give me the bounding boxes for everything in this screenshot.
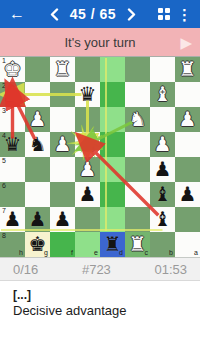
square-e1[interactable] [75, 57, 100, 82]
piece-white-bishop-b2: ♝ [150, 82, 175, 107]
piece-white-rook-a1: ♜ [175, 57, 200, 82]
square-d2[interactable] [100, 82, 125, 107]
piece-black-knight-g4: ♞ [25, 132, 50, 157]
rank-label-5: 5 [2, 157, 6, 165]
piece-black-pawn-f7: ♟ [50, 207, 75, 232]
square-c4[interactable] [125, 132, 150, 157]
square-h3[interactable]: 3 [0, 107, 25, 132]
square-c7[interactable] [125, 207, 150, 232]
square-h6[interactable]: 6 [0, 182, 25, 207]
evaluation-text: Decisive advantage [13, 303, 187, 319]
app-screen: ← 45 / 65 ⋮ It's your turn ▶ 1♚♜♜2♟♛♝3♟♞… [0, 0, 200, 341]
square-g7[interactable]: ♟ [25, 207, 50, 232]
rank-label-3: 3 [2, 107, 6, 115]
file-label-a: a [194, 249, 198, 257]
piece-black-pawn-a6: ♟ [175, 182, 200, 207]
overflow-menu-icon[interactable]: ⋮ [177, 7, 192, 22]
file-label-h: h [19, 249, 23, 257]
square-a1[interactable]: ♜ [175, 57, 200, 82]
piece-white-knight-c3: ♞ [125, 107, 150, 132]
square-h1[interactable]: 1♚ [0, 57, 25, 82]
rank-label-6: 6 [2, 182, 6, 190]
piece-white-pawn-f4: ♟ [50, 132, 75, 157]
status-bar: 0/16 #723 01:53 [0, 258, 200, 281]
puzzle-navigation: 45 / 65 [50, 0, 136, 28]
piece-white-pawn-a3: ♟ [175, 107, 200, 132]
square-c6[interactable] [125, 182, 150, 207]
square-b3[interactable] [150, 107, 175, 132]
next-puzzle-icon[interactable] [127, 8, 136, 21]
square-a4[interactable] [175, 132, 200, 157]
square-c3[interactable]: ♞ [125, 107, 150, 132]
square-a7[interactable] [175, 207, 200, 232]
piece-black-bishop-b7: ♝ [150, 207, 175, 232]
previous-puzzle-icon[interactable] [50, 8, 59, 21]
piece-white-knight-e4: ♞ [75, 132, 100, 157]
square-f7[interactable]: ♟ [50, 207, 75, 232]
piece-white-pawn-b4: ♟ [150, 132, 175, 157]
score-counter: 0/16 [13, 262, 38, 277]
square-e6[interactable]: ♟ [75, 182, 100, 207]
square-g8[interactable]: g♚ [25, 232, 50, 257]
rank-label-8: 8 [2, 232, 6, 240]
piece-white-king-h1: ♚ [0, 57, 25, 82]
square-d5[interactable] [100, 157, 125, 182]
square-h8[interactable]: 8h [0, 232, 25, 257]
square-h4[interactable]: 4♛ [0, 132, 25, 157]
square-b5[interactable]: ♟ [150, 157, 175, 182]
square-d8[interactable]: d♜ [100, 232, 125, 257]
square-d4[interactable] [100, 132, 125, 157]
square-e7[interactable] [75, 207, 100, 232]
square-g5[interactable] [25, 157, 50, 182]
piece-black-pawn-h7: ♟ [0, 207, 25, 232]
square-g1[interactable] [25, 57, 50, 82]
file-label-e: e [94, 249, 98, 257]
square-d3[interactable] [100, 107, 125, 132]
turn-banner-text: It's your turn [64, 35, 135, 50]
top-app-bar: ← 45 / 65 ⋮ [0, 0, 200, 28]
puzzle-list-grid-icon[interactable] [158, 8, 170, 20]
square-a6[interactable]: ♟ [175, 182, 200, 207]
square-g6[interactable] [25, 182, 50, 207]
square-g3[interactable]: ♟ [25, 107, 50, 132]
square-h5[interactable]: 5 [0, 157, 25, 182]
piece-black-queen-e2: ♛ [75, 82, 100, 107]
puzzle-caption: [...] Decisive advantage [0, 281, 200, 319]
square-f6[interactable] [50, 182, 75, 207]
square-f4[interactable]: ♟ [50, 132, 75, 157]
square-c2[interactable] [125, 82, 150, 107]
piece-black-pawn-g7: ♟ [25, 207, 50, 232]
square-h2[interactable]: 2♟ [0, 82, 25, 107]
square-b8[interactable]: b [150, 232, 175, 257]
piece-white-rook-f1: ♜ [50, 57, 75, 82]
timer: 01:53 [154, 262, 187, 277]
puzzle-counter: 45 / 65 [70, 6, 116, 22]
square-d1[interactable] [100, 57, 125, 82]
square-c8[interactable]: c♜ [125, 232, 150, 257]
square-b6[interactable]: ♝ [150, 182, 175, 207]
piece-white-pawn-e5: ♟ [75, 157, 100, 182]
piece-black-rook-d8: ♜ [100, 232, 125, 257]
back-icon[interactable]: ← [9, 6, 25, 22]
square-g4[interactable]: ♞ [25, 132, 50, 157]
square-b4[interactable]: ♟ [150, 132, 175, 157]
piece-black-pawn-e6: ♟ [75, 182, 100, 207]
square-a2[interactable] [175, 82, 200, 107]
play-icon[interactable]: ▶ [180, 35, 192, 50]
square-f8[interactable]: f [50, 232, 75, 257]
file-label-b: b [169, 249, 173, 257]
square-d6[interactable] [100, 182, 125, 207]
square-a8[interactable]: a [175, 232, 200, 257]
piece-white-pawn-g3: ♟ [25, 107, 50, 132]
square-c5[interactable] [125, 157, 150, 182]
square-c1[interactable] [125, 57, 150, 82]
move-list-placeholder[interactable]: [...] [13, 288, 187, 303]
square-a5[interactable] [175, 157, 200, 182]
piece-white-pawn-h2: ♟ [0, 82, 25, 107]
square-h7[interactable]: 7♟ [0, 207, 25, 232]
piece-black-queen-h4: ♛ [0, 132, 25, 157]
piece-black-pawn-b5: ♟ [150, 157, 175, 182]
square-e2[interactable]: ♛ [75, 82, 100, 107]
square-f1[interactable]: ♜ [50, 57, 75, 82]
file-label-f: f [71, 249, 73, 257]
square-a3[interactable]: ♟ [175, 107, 200, 132]
square-g2[interactable] [25, 82, 50, 107]
puzzle-number: #723 [82, 262, 111, 277]
square-b7[interactable]: ♝ [150, 207, 175, 232]
square-f3[interactable] [50, 107, 75, 132]
piece-white-rook-c8: ♜ [125, 232, 150, 257]
chess-board: 1♚♜♜2♟♛♝3♟♞♟4♛♞♟♞♟5♟♟6♟♝♟7♟♟♟♝8hg♚fed♜c♜… [0, 57, 200, 257]
turn-banner: It's your turn ▶ [0, 28, 200, 56]
square-f5[interactable] [50, 157, 75, 182]
square-e8[interactable]: e [75, 232, 100, 257]
square-f2[interactable] [50, 82, 75, 107]
square-e5[interactable]: ♟ [75, 157, 100, 182]
square-d7[interactable] [100, 207, 125, 232]
square-b2[interactable]: ♝ [150, 82, 175, 107]
board-grid: 1♚♜♜2♟♛♝3♟♞♟4♛♞♟♞♟5♟♟6♟♝♟7♟♟♟♝8hg♚fed♜c♜… [0, 57, 200, 257]
square-e4[interactable]: ♞ [75, 132, 100, 157]
piece-black-king-g8: ♚ [25, 232, 50, 257]
square-e3[interactable] [75, 107, 100, 132]
square-b1[interactable] [150, 57, 175, 82]
piece-black-bishop-b6: ♝ [150, 182, 175, 207]
